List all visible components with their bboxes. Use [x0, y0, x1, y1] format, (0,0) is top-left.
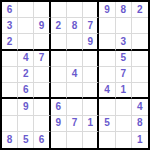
cell-r3c1[interactable]: 2 [2, 34, 18, 50]
cell-r6c9[interactable] [132, 83, 148, 99]
cell-r8c1[interactable] [2, 116, 18, 132]
cell-r3c7[interactable] [99, 34, 115, 50]
cell-r2c2[interactable] [18, 18, 34, 34]
cell-r3c5[interactable] [67, 34, 83, 50]
cell-r8c8[interactable] [116, 116, 132, 132]
cell-r1c6[interactable] [83, 2, 99, 18]
cell-r4c3[interactable]: 7 [34, 51, 50, 67]
cell-r7c4[interactable]: 6 [51, 99, 67, 115]
cell-r2c8[interactable] [116, 18, 132, 34]
cell-r4c8[interactable]: 5 [116, 51, 132, 67]
cell-r1c1[interactable]: 6 [2, 2, 18, 18]
cell-r6c1[interactable] [2, 83, 18, 99]
cell-r7c8[interactable] [116, 99, 132, 115]
cell-r2c4[interactable]: 2 [51, 18, 67, 34]
cell-r9c8[interactable] [116, 132, 132, 148]
cell-r5c2[interactable]: 2 [18, 67, 34, 83]
sudoku-app: 698239287293475247641964971588561 [0, 0, 150, 150]
cell-r1c7[interactable]: 9 [99, 2, 115, 18]
cell-r6c3[interactable] [34, 83, 50, 99]
cell-r4c4[interactable] [51, 51, 67, 67]
cell-r6c2[interactable]: 6 [18, 83, 34, 99]
cell-r4c1[interactable] [2, 51, 18, 67]
cell-r5c4[interactable] [51, 67, 67, 83]
cell-r8c3[interactable] [34, 116, 50, 132]
cell-r5c8[interactable]: 7 [116, 67, 132, 83]
cell-r1c5[interactable] [67, 2, 83, 18]
cell-r4c7[interactable] [99, 51, 115, 67]
cell-r6c6[interactable] [83, 83, 99, 99]
cell-r9c5[interactable] [67, 132, 83, 148]
cell-r1c8[interactable]: 8 [116, 2, 132, 18]
cell-r3c8[interactable]: 3 [116, 34, 132, 50]
cell-r5c3[interactable] [34, 67, 50, 83]
cell-r4c9[interactable] [132, 51, 148, 67]
cell-r7c1[interactable] [2, 99, 18, 115]
cell-r8c7[interactable]: 5 [99, 116, 115, 132]
cell-r3c9[interactable] [132, 34, 148, 50]
cell-r1c3[interactable] [34, 2, 50, 18]
cell-r5c5[interactable]: 4 [67, 67, 83, 83]
cell-r3c6[interactable]: 9 [83, 34, 99, 50]
cell-r4c5[interactable] [67, 51, 83, 67]
cell-r7c7[interactable] [99, 99, 115, 115]
cell-r5c1[interactable] [2, 67, 18, 83]
cell-r6c5[interactable] [67, 83, 83, 99]
cell-r3c3[interactable] [34, 34, 50, 50]
cell-r7c2[interactable]: 9 [18, 99, 34, 115]
cell-r9c6[interactable] [83, 132, 99, 148]
cell-r2c1[interactable]: 3 [2, 18, 18, 34]
cell-r9c7[interactable] [99, 132, 115, 148]
cell-r5c6[interactable] [83, 67, 99, 83]
cell-r2c3[interactable]: 9 [34, 18, 50, 34]
cell-r7c3[interactable] [34, 99, 50, 115]
cell-r2c7[interactable] [99, 18, 115, 34]
cell-r2c6[interactable]: 7 [83, 18, 99, 34]
cell-r4c6[interactable] [83, 51, 99, 67]
cell-r8c6[interactable]: 1 [83, 116, 99, 132]
cell-r6c7[interactable]: 4 [99, 83, 115, 99]
cell-r8c2[interactable] [18, 116, 34, 132]
cell-r3c4[interactable] [51, 34, 67, 50]
cell-r7c9[interactable]: 4 [132, 99, 148, 115]
cell-r9c2[interactable]: 5 [18, 132, 34, 148]
cell-r9c4[interactable] [51, 132, 67, 148]
cell-r9c1[interactable]: 8 [2, 132, 18, 148]
cell-r6c4[interactable] [51, 83, 67, 99]
cell-r2c9[interactable] [132, 18, 148, 34]
cell-r6c8[interactable]: 1 [116, 83, 132, 99]
cell-r7c6[interactable] [83, 99, 99, 115]
cell-r5c7[interactable] [99, 67, 115, 83]
cell-r8c5[interactable]: 7 [67, 116, 83, 132]
cell-r1c9[interactable]: 2 [132, 2, 148, 18]
cell-r3c2[interactable] [18, 34, 34, 50]
cell-r1c4[interactable] [51, 2, 67, 18]
cell-r4c2[interactable]: 4 [18, 51, 34, 67]
cell-r8c9[interactable]: 8 [132, 116, 148, 132]
cell-r1c2[interactable] [18, 2, 34, 18]
cell-r2c5[interactable]: 8 [67, 18, 83, 34]
cell-r9c3[interactable]: 6 [34, 132, 50, 148]
cell-r8c4[interactable]: 9 [51, 116, 67, 132]
cell-r5c9[interactable] [132, 67, 148, 83]
sudoku-board: 698239287293475247641964971588561 [0, 0, 150, 150]
cell-r9c9[interactable]: 1 [132, 132, 148, 148]
cell-r7c5[interactable] [67, 99, 83, 115]
